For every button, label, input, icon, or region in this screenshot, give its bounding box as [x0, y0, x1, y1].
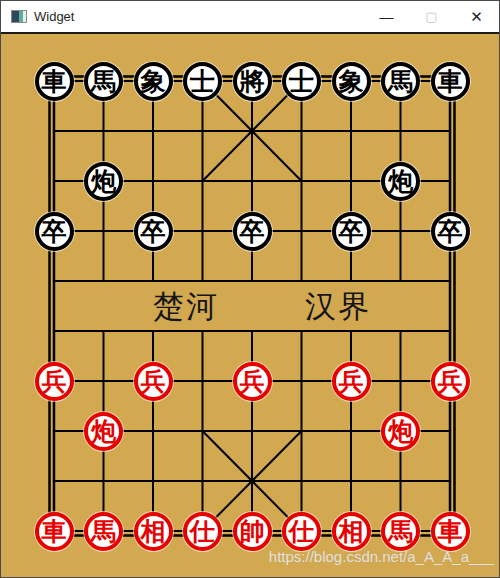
- board-intersection[interactable]: [178, 106, 228, 156]
- board-intersection[interactable]: [277, 456, 327, 506]
- board-intersection[interactable]: 象: [128, 56, 178, 106]
- board-intersection[interactable]: [29, 106, 79, 156]
- board-intersection[interactable]: 馬: [376, 56, 426, 106]
- board-intersection[interactable]: [277, 356, 327, 406]
- board-intersection[interactable]: [376, 106, 426, 156]
- black-piece-p[interactable]: 卒: [233, 212, 272, 251]
- board-intersection[interactable]: [227, 106, 277, 156]
- board-intersections: 車馬象士將士象馬車炮炮卒卒卒卒卒兵兵兵兵兵炮炮車馬相仕帥仕相馬車: [29, 56, 475, 556]
- black-piece-a[interactable]: 士: [282, 62, 321, 101]
- board-intersection[interactable]: 卒: [425, 206, 475, 256]
- red-piece-R[interactable]: 車: [431, 512, 470, 551]
- maximize-button[interactable]: ▢: [409, 1, 454, 32]
- board-intersection[interactable]: [178, 406, 228, 456]
- black-piece-r[interactable]: 車: [431, 62, 470, 101]
- board-intersection[interactable]: [178, 456, 228, 506]
- board-intersection[interactable]: [376, 256, 426, 306]
- minimize-button[interactable]: —: [364, 1, 409, 32]
- board-intersection[interactable]: 車: [29, 56, 79, 106]
- board-intersection[interactable]: [326, 456, 376, 506]
- board-intersection[interactable]: [29, 306, 79, 356]
- board-intersection[interactable]: [425, 256, 475, 306]
- board-intersection[interactable]: 炮: [376, 406, 426, 456]
- board-intersection[interactable]: [79, 456, 129, 506]
- board-intersection[interactable]: [326, 256, 376, 306]
- board-intersection[interactable]: [79, 256, 129, 306]
- close-button[interactable]: ✕: [454, 1, 499, 32]
- board-intersection[interactable]: 兵: [326, 356, 376, 406]
- board-intersection[interactable]: [326, 306, 376, 356]
- board-intersection[interactable]: 卒: [326, 206, 376, 256]
- board-intersection[interactable]: [128, 306, 178, 356]
- board-intersection[interactable]: [326, 106, 376, 156]
- board-intersection[interactable]: 兵: [128, 356, 178, 406]
- board-intersection[interactable]: [178, 356, 228, 406]
- xiangqi-board: 楚河 汉界 車馬象士將士象馬車炮炮卒卒卒卒卒兵兵兵兵兵炮炮車馬相仕帥仕相馬車 h…: [1, 36, 500, 578]
- black-piece-k[interactable]: 將: [233, 62, 272, 101]
- board-intersection[interactable]: [277, 206, 327, 256]
- board-intersection[interactable]: [326, 406, 376, 456]
- red-piece-N[interactable]: 馬: [84, 512, 123, 551]
- red-piece-B[interactable]: 相: [332, 512, 371, 551]
- title-bar: Widget — ▢ ✕: [1, 1, 499, 34]
- board-intersection[interactable]: [178, 306, 228, 356]
- red-piece-C[interactable]: 炮: [84, 412, 123, 451]
- board-intersection[interactable]: 相: [128, 506, 178, 556]
- red-piece-N[interactable]: 馬: [381, 512, 420, 551]
- red-piece-P[interactable]: 兵: [431, 362, 470, 401]
- board-intersection[interactable]: 仕: [178, 506, 228, 556]
- board-intersection[interactable]: 士: [277, 56, 327, 106]
- board-intersection[interactable]: [425, 456, 475, 506]
- board-intersection[interactable]: [227, 306, 277, 356]
- app-window: Widget — ▢ ✕: [0, 0, 500, 578]
- board-intersection[interactable]: [128, 456, 178, 506]
- board-intersection[interactable]: [79, 306, 129, 356]
- black-piece-a[interactable]: 士: [183, 62, 222, 101]
- board-intersection[interactable]: [425, 156, 475, 206]
- black-piece-b[interactable]: 象: [332, 62, 371, 101]
- black-piece-p[interactable]: 卒: [431, 212, 470, 251]
- board-intersection[interactable]: [29, 456, 79, 506]
- board-intersection[interactable]: 士: [178, 56, 228, 106]
- board-intersection[interactable]: [425, 306, 475, 356]
- board-intersection[interactable]: 兵: [425, 356, 475, 406]
- board-intersection[interactable]: [277, 256, 327, 306]
- black-piece-c[interactable]: 炮: [381, 162, 420, 201]
- board-intersection[interactable]: [376, 456, 426, 506]
- app-window-icon: [11, 10, 27, 23]
- board-intersection[interactable]: [79, 206, 129, 256]
- black-piece-n[interactable]: 馬: [381, 62, 420, 101]
- red-piece-C[interactable]: 炮: [381, 412, 420, 451]
- board-intersection[interactable]: 炮: [79, 156, 129, 206]
- board-intersection[interactable]: [425, 106, 475, 156]
- board-intersection[interactable]: [376, 356, 426, 406]
- board-intersection[interactable]: 象: [326, 56, 376, 106]
- red-piece-P[interactable]: 兵: [233, 362, 272, 401]
- board-intersection[interactable]: 卒: [29, 206, 79, 256]
- red-piece-A[interactable]: 仕: [183, 512, 222, 551]
- black-piece-p[interactable]: 卒: [332, 212, 371, 251]
- board-intersection[interactable]: 卒: [128, 206, 178, 256]
- red-piece-K[interactable]: 帥: [233, 512, 272, 551]
- black-piece-n[interactable]: 馬: [84, 62, 123, 101]
- board-intersection[interactable]: 將: [227, 56, 277, 106]
- board-intersection[interactable]: 馬: [79, 56, 129, 106]
- board-intersection[interactable]: [178, 256, 228, 306]
- board-intersection[interactable]: [128, 156, 178, 206]
- board-intersection[interactable]: [128, 406, 178, 456]
- board-intersection[interactable]: [425, 406, 475, 456]
- board-intersection[interactable]: 兵: [29, 356, 79, 406]
- black-piece-p[interactable]: 卒: [134, 212, 173, 251]
- board-intersection[interactable]: 馬: [79, 506, 129, 556]
- board-intersection[interactable]: [227, 156, 277, 206]
- board-intersection[interactable]: 兵: [227, 356, 277, 406]
- board-intersection[interactable]: [29, 406, 79, 456]
- board-intersection[interactable]: [227, 456, 277, 506]
- board-intersection[interactable]: [29, 156, 79, 206]
- red-piece-P[interactable]: 兵: [35, 362, 74, 401]
- board-intersection[interactable]: [79, 106, 129, 156]
- red-piece-R[interactable]: 車: [35, 512, 74, 551]
- board-intersection[interactable]: 車: [29, 506, 79, 556]
- red-piece-A[interactable]: 仕: [282, 512, 321, 551]
- board-intersection[interactable]: [326, 156, 376, 206]
- red-piece-B[interactable]: 相: [134, 512, 173, 551]
- board-intersection[interactable]: [128, 106, 178, 156]
- board-intersection[interactable]: [376, 206, 426, 256]
- board-intersection[interactable]: [29, 256, 79, 306]
- board-intersection[interactable]: [376, 306, 426, 356]
- black-piece-c[interactable]: 炮: [84, 162, 123, 201]
- board-intersection[interactable]: [277, 406, 327, 456]
- board-intersection[interactable]: [277, 156, 327, 206]
- board-intersection[interactable]: 炮: [79, 406, 129, 456]
- board-intersection[interactable]: [277, 106, 327, 156]
- board-intersection[interactable]: [277, 306, 327, 356]
- board-intersection[interactable]: [128, 256, 178, 306]
- red-piece-P[interactable]: 兵: [134, 362, 173, 401]
- black-piece-r[interactable]: 車: [35, 62, 74, 101]
- board-intersection[interactable]: [178, 206, 228, 256]
- black-piece-p[interactable]: 卒: [35, 212, 74, 251]
- board-intersection[interactable]: [79, 356, 129, 406]
- board-intersection[interactable]: 車: [425, 56, 475, 106]
- board-intersection[interactable]: [227, 406, 277, 456]
- black-piece-b[interactable]: 象: [134, 62, 173, 101]
- board-intersection[interactable]: [227, 256, 277, 306]
- window-title: Widget: [34, 9, 74, 24]
- board-intersection[interactable]: [178, 156, 228, 206]
- board-intersection[interactable]: 炮: [376, 156, 426, 206]
- board-intersection[interactable]: 卒: [227, 206, 277, 256]
- red-piece-P[interactable]: 兵: [332, 362, 371, 401]
- watermark-text: https://blog.csdn.net/a_A_A_a___: [269, 548, 494, 565]
